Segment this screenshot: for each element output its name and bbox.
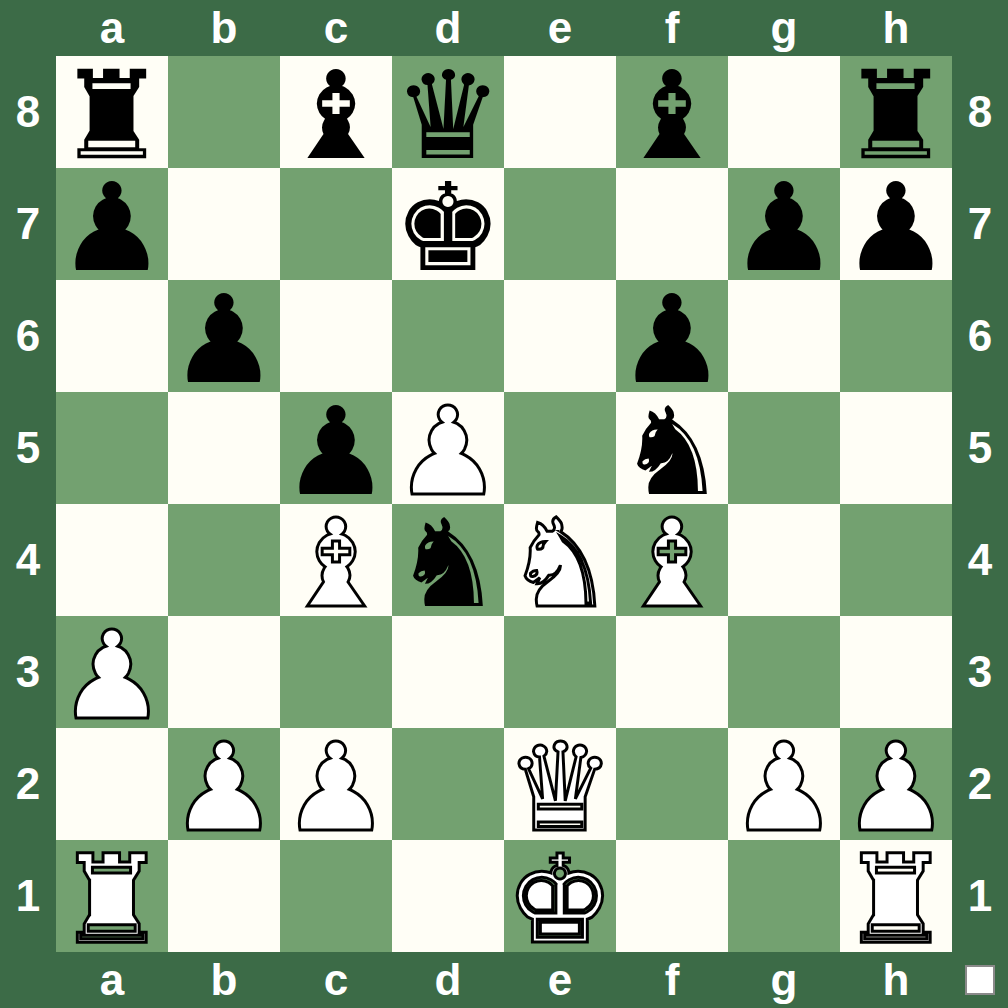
square-c6[interactable] (280, 280, 392, 392)
piece-black-pawn[interactable]: ♟︎ (729, 167, 838, 289)
rank-label-right-4: 4 (952, 504, 1008, 616)
file-label-bottom-d: d (392, 952, 504, 1008)
rank-label-right-1: 1 (952, 840, 1008, 952)
rank-label-left-4: 4 (0, 504, 56, 616)
square-g8[interactable] (728, 56, 840, 168)
square-g5[interactable] (728, 392, 840, 504)
rank-label-left-2: 2 (0, 728, 56, 840)
square-a3[interactable]: ♟︎ (56, 616, 168, 728)
square-h2[interactable]: ♟︎ (840, 728, 952, 840)
piece-black-pawn[interactable]: ♟︎ (841, 167, 950, 289)
square-a7[interactable]: ♟︎ (56, 168, 168, 280)
square-c5[interactable]: ♟︎ (280, 392, 392, 504)
square-a4[interactable] (56, 504, 168, 616)
square-e7[interactable] (504, 168, 616, 280)
square-c8[interactable]: ♝︎ (280, 56, 392, 168)
rank-label-right-6: 6 (952, 280, 1008, 392)
square-b3[interactable] (168, 616, 280, 728)
square-g3[interactable] (728, 616, 840, 728)
piece-white-king[interactable]: ♚︎ (505, 839, 614, 961)
chess-board: abcdefgh8♜︎♝︎♛︎♝︎♜︎87♟︎♚︎♟︎♟︎76♟︎♟︎65♟︎♟… (0, 0, 1008, 1008)
square-d7[interactable]: ♚︎ (392, 168, 504, 280)
square-e2[interactable]: ♛︎ (504, 728, 616, 840)
square-h3[interactable] (840, 616, 952, 728)
square-f6[interactable]: ♟︎ (616, 280, 728, 392)
piece-white-pawn[interactable]: ♟︎ (281, 727, 390, 849)
square-e8[interactable] (504, 56, 616, 168)
square-f5[interactable]: ♞︎ (616, 392, 728, 504)
square-h4[interactable] (840, 504, 952, 616)
file-label-bottom-f: f (616, 952, 728, 1008)
square-b7[interactable] (168, 168, 280, 280)
bottom-left-corner (0, 952, 56, 1008)
file-label-top-e: e (504, 0, 616, 56)
square-e4[interactable]: ♞︎ (504, 504, 616, 616)
piece-black-bishop[interactable]: ♝︎ (617, 55, 726, 177)
square-f8[interactable]: ♝︎ (616, 56, 728, 168)
square-d5[interactable]: ♟︎ (392, 392, 504, 504)
rank-label-left-5: 5 (0, 392, 56, 504)
piece-white-rook[interactable]: ♜︎ (841, 839, 950, 961)
rank-label-left-3: 3 (0, 616, 56, 728)
rank-label-left-8: 8 (0, 56, 56, 168)
square-c2[interactable]: ♟︎ (280, 728, 392, 840)
rank-label-left-7: 7 (0, 168, 56, 280)
square-e5[interactable] (504, 392, 616, 504)
file-label-top-b: b (168, 0, 280, 56)
square-b6[interactable]: ♟︎ (168, 280, 280, 392)
square-h5[interactable] (840, 392, 952, 504)
piece-white-bishop[interactable]: ♝︎ (281, 503, 390, 625)
piece-black-pawn[interactable]: ♟︎ (57, 167, 166, 289)
piece-black-bishop[interactable]: ♝︎ (281, 55, 390, 177)
top-left-corner (0, 0, 56, 56)
square-d4[interactable]: ♞︎ (392, 504, 504, 616)
top-right-corner (952, 0, 1008, 56)
square-c4[interactable]: ♝︎ (280, 504, 392, 616)
file-label-bottom-c: c (280, 952, 392, 1008)
bottom-right-corner (952, 952, 1008, 1008)
square-f2[interactable] (616, 728, 728, 840)
square-d1[interactable] (392, 840, 504, 952)
square-a5[interactable] (56, 392, 168, 504)
square-h1[interactable]: ♜︎ (840, 840, 952, 952)
file-label-bottom-b: b (168, 952, 280, 1008)
piece-white-bishop[interactable]: ♝︎ (617, 503, 726, 625)
rank-label-right-5: 5 (952, 392, 1008, 504)
square-g2[interactable]: ♟︎ (728, 728, 840, 840)
square-d2[interactable] (392, 728, 504, 840)
piece-white-rook[interactable]: ♜︎ (57, 839, 166, 961)
piece-black-king[interactable]: ♚︎ (393, 167, 502, 289)
square-f4[interactable]: ♝︎ (616, 504, 728, 616)
rank-label-right-2: 2 (952, 728, 1008, 840)
square-a1[interactable]: ♜︎ (56, 840, 168, 952)
square-f1[interactable] (616, 840, 728, 952)
piece-white-pawn[interactable]: ♟︎ (169, 727, 278, 849)
rank-label-right-7: 7 (952, 168, 1008, 280)
rank-label-left-1: 1 (0, 840, 56, 952)
piece-white-pawn[interactable]: ♟︎ (729, 727, 838, 849)
rank-label-left-6: 6 (0, 280, 56, 392)
square-d8[interactable]: ♛︎ (392, 56, 504, 168)
piece-white-pawn[interactable]: ♟︎ (57, 615, 166, 737)
piece-black-knight[interactable]: ♞︎ (393, 503, 502, 625)
square-b4[interactable] (168, 504, 280, 616)
rank-label-right-8: 8 (952, 56, 1008, 168)
square-g7[interactable]: ♟︎ (728, 168, 840, 280)
piece-white-knight[interactable]: ♞︎ (505, 503, 614, 625)
square-e1[interactable]: ♚︎ (504, 840, 616, 952)
square-b8[interactable] (168, 56, 280, 168)
side-to-move-indicator (965, 965, 995, 995)
square-b2[interactable]: ♟︎ (168, 728, 280, 840)
square-e6[interactable] (504, 280, 616, 392)
file-label-top-g: g (728, 0, 840, 56)
square-h8[interactable]: ♜︎ (840, 56, 952, 168)
square-a8[interactable]: ♜︎ (56, 56, 168, 168)
piece-black-pawn[interactable]: ♟︎ (169, 279, 278, 401)
rank-label-right-3: 3 (952, 616, 1008, 728)
file-label-bottom-g: g (728, 952, 840, 1008)
square-g4[interactable] (728, 504, 840, 616)
square-h7[interactable]: ♟︎ (840, 168, 952, 280)
